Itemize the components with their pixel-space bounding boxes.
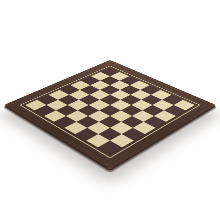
chess-board [4, 60, 216, 169]
product-photo-canvas [0, 0, 220, 220]
board-grid [25, 68, 195, 155]
board-scene [0, 0, 220, 220]
inlay-line [19, 66, 200, 159]
